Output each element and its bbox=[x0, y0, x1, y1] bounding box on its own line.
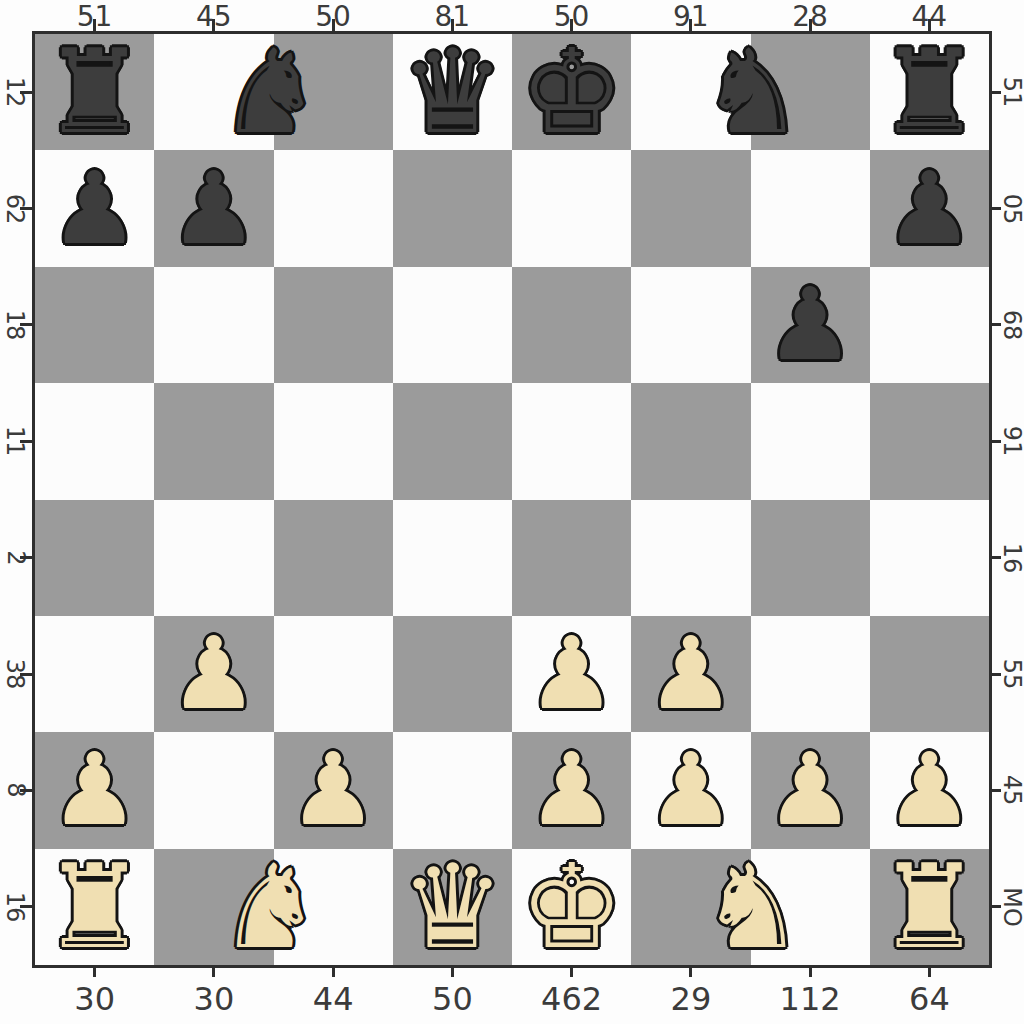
left-axis: 12621811238816 bbox=[0, 34, 30, 965]
white-pawn: ♟ bbox=[646, 624, 736, 724]
tick-mark bbox=[20, 673, 32, 676]
chess-figure: 5145508150912844 12621811238816 ♜♞♛♚♞♜♟♟… bbox=[0, 0, 1024, 1024]
bottom-axis-label-1: 30 bbox=[74, 980, 115, 1018]
tick-mark bbox=[93, 19, 96, 31]
square-a6[interactable] bbox=[35, 267, 154, 383]
square-a3[interactable] bbox=[35, 616, 154, 732]
tick-mark bbox=[20, 556, 32, 559]
white-pawn: ♟ bbox=[50, 740, 140, 840]
black-knight: ♞ bbox=[218, 34, 322, 150]
square-b6[interactable] bbox=[154, 267, 273, 383]
right-axis-label-5: 16 bbox=[998, 542, 1024, 573]
tick-mark bbox=[989, 789, 1001, 792]
square-h4[interactable] bbox=[870, 500, 989, 616]
square-g1[interactable]: ♞ bbox=[751, 849, 870, 965]
square-g4[interactable] bbox=[751, 500, 870, 616]
top-axis: 5145508150912844 bbox=[35, 0, 989, 28]
square-c6[interactable] bbox=[274, 267, 393, 383]
right-axis-label-8: MO bbox=[998, 887, 1024, 927]
chess-board: ♜♞♛♚♞♜♟♟♟♟♟♟♟♟♟♟♟♟♟♜♞♛♚♞♜ bbox=[32, 31, 992, 968]
white-pawn: ♟ bbox=[765, 740, 855, 840]
square-e7[interactable] bbox=[512, 150, 631, 266]
square-e1[interactable]: ♚ bbox=[512, 849, 631, 965]
tick-mark bbox=[332, 19, 335, 31]
bottom-axis-label-5: 462 bbox=[541, 980, 602, 1018]
square-a4[interactable] bbox=[35, 500, 154, 616]
black-rook: ♜ bbox=[43, 34, 147, 150]
tick-mark bbox=[989, 440, 1001, 443]
square-g5[interactable] bbox=[751, 383, 870, 499]
square-a7[interactable]: ♟ bbox=[35, 150, 154, 266]
square-e6[interactable] bbox=[512, 267, 631, 383]
square-d1[interactable]: ♛ bbox=[393, 849, 512, 965]
square-b5[interactable] bbox=[154, 383, 273, 499]
square-h6[interactable] bbox=[870, 267, 989, 383]
square-g3[interactable] bbox=[751, 616, 870, 732]
white-knight: ♞ bbox=[700, 849, 804, 965]
square-b4[interactable] bbox=[154, 500, 273, 616]
white-pawn: ♟ bbox=[646, 740, 736, 840]
tick-mark bbox=[809, 965, 812, 977]
black-pawn: ♟ bbox=[765, 275, 855, 375]
black-queen: ♛ bbox=[400, 34, 504, 150]
right-axis-label-1: 51 bbox=[998, 77, 1024, 108]
right-axis-label-7: 45 bbox=[998, 775, 1024, 806]
square-a8[interactable]: ♜ bbox=[35, 34, 154, 150]
black-king: ♚ bbox=[520, 34, 624, 150]
white-knight: ♞ bbox=[218, 849, 322, 965]
square-d6[interactable] bbox=[393, 267, 512, 383]
tick-mark bbox=[928, 965, 931, 977]
tick-mark bbox=[20, 789, 32, 792]
square-d7[interactable] bbox=[393, 150, 512, 266]
tick-mark bbox=[20, 91, 32, 94]
tick-mark bbox=[989, 91, 1001, 94]
square-c5[interactable] bbox=[274, 383, 393, 499]
square-b7[interactable]: ♟ bbox=[154, 150, 273, 266]
square-e3[interactable]: ♟ bbox=[512, 616, 631, 732]
white-queen: ♛ bbox=[400, 849, 504, 965]
square-e8[interactable]: ♚ bbox=[512, 34, 631, 150]
square-a1[interactable]: ♜ bbox=[35, 849, 154, 965]
square-a2[interactable]: ♟ bbox=[35, 732, 154, 848]
tick-mark bbox=[20, 905, 32, 908]
tick-mark bbox=[93, 965, 96, 977]
tick-mark bbox=[989, 673, 1001, 676]
tick-mark bbox=[570, 965, 573, 977]
white-pawn: ♟ bbox=[527, 624, 617, 724]
right-axis: 51056891165545MO bbox=[992, 34, 1022, 965]
bottom-axis-label-6: 29 bbox=[671, 980, 712, 1018]
square-h5[interactable] bbox=[870, 383, 989, 499]
tick-mark bbox=[20, 207, 32, 210]
bottom-axis-label-3: 44 bbox=[313, 980, 354, 1018]
square-b8[interactable]: ♞ bbox=[154, 34, 273, 150]
square-d3[interactable] bbox=[393, 616, 512, 732]
square-e2[interactable]: ♟ bbox=[512, 732, 631, 848]
square-f3[interactable]: ♟ bbox=[631, 616, 750, 732]
square-c3[interactable] bbox=[274, 616, 393, 732]
tick-mark bbox=[570, 19, 573, 31]
bottom-axis-label-7: 112 bbox=[780, 980, 841, 1018]
white-pawn: ♟ bbox=[527, 740, 617, 840]
square-h2[interactable]: ♟ bbox=[870, 732, 989, 848]
white-rook: ♜ bbox=[877, 849, 981, 965]
square-h7[interactable]: ♟ bbox=[870, 150, 989, 266]
square-g2[interactable]: ♟ bbox=[751, 732, 870, 848]
white-king: ♚ bbox=[520, 849, 624, 965]
square-e4[interactable] bbox=[512, 500, 631, 616]
tick-mark bbox=[989, 905, 1001, 908]
square-d5[interactable] bbox=[393, 383, 512, 499]
square-g8[interactable]: ♞ bbox=[751, 34, 870, 150]
tick-mark bbox=[451, 965, 454, 977]
tick-mark bbox=[989, 556, 1001, 559]
bottom-axis-label-8: 64 bbox=[909, 980, 950, 1018]
black-pawn: ♟ bbox=[885, 159, 975, 259]
right-axis-label-2: 05 bbox=[998, 193, 1024, 224]
square-h1[interactable]: ♜ bbox=[870, 849, 989, 965]
tick-mark bbox=[212, 19, 215, 31]
square-c7[interactable] bbox=[274, 150, 393, 266]
bottom-axis-label-4: 50 bbox=[432, 980, 473, 1018]
white-pawn: ♟ bbox=[885, 740, 975, 840]
black-knight: ♞ bbox=[700, 34, 804, 150]
square-e5[interactable] bbox=[512, 383, 631, 499]
square-f7[interactable] bbox=[631, 150, 750, 266]
bottom-axis-label-2: 30 bbox=[194, 980, 235, 1018]
square-g7[interactable] bbox=[751, 150, 870, 266]
square-b1[interactable]: ♞ bbox=[154, 849, 273, 965]
tick-mark bbox=[20, 440, 32, 443]
tick-mark bbox=[332, 965, 335, 977]
square-h3[interactable] bbox=[870, 616, 989, 732]
square-h8[interactable]: ♜ bbox=[870, 34, 989, 150]
white-rook: ♜ bbox=[43, 849, 147, 965]
tick-mark bbox=[928, 19, 931, 31]
black-pawn: ♟ bbox=[169, 159, 259, 259]
tick-mark bbox=[451, 19, 454, 31]
right-axis-label-4: 91 bbox=[998, 426, 1024, 457]
square-b2[interactable] bbox=[154, 732, 273, 848]
bottom-axis: 303044504622911264 bbox=[35, 972, 989, 1022]
square-d8[interactable]: ♛ bbox=[393, 34, 512, 150]
square-f5[interactable] bbox=[631, 383, 750, 499]
right-axis-label-3: 68 bbox=[998, 310, 1024, 341]
square-d2[interactable] bbox=[393, 732, 512, 848]
tick-mark bbox=[20, 323, 32, 326]
square-f4[interactable] bbox=[631, 500, 750, 616]
square-c4[interactable] bbox=[274, 500, 393, 616]
black-rook: ♜ bbox=[877, 34, 981, 150]
white-pawn: ♟ bbox=[288, 740, 378, 840]
black-pawn: ♟ bbox=[50, 159, 140, 259]
tick-mark bbox=[689, 965, 692, 977]
square-g6[interactable]: ♟ bbox=[751, 267, 870, 383]
square-c2[interactable]: ♟ bbox=[274, 732, 393, 848]
square-b3[interactable]: ♟ bbox=[154, 616, 273, 732]
square-d4[interactable] bbox=[393, 500, 512, 616]
square-a5[interactable] bbox=[35, 383, 154, 499]
tick-mark bbox=[809, 19, 812, 31]
white-pawn: ♟ bbox=[169, 624, 259, 724]
tick-mark bbox=[989, 323, 1001, 326]
right-axis-label-6: 55 bbox=[998, 659, 1024, 690]
tick-mark bbox=[212, 965, 215, 977]
square-f6[interactable] bbox=[631, 267, 750, 383]
square-f2[interactable]: ♟ bbox=[631, 732, 750, 848]
tick-mark bbox=[989, 207, 1001, 210]
tick-mark bbox=[689, 19, 692, 31]
